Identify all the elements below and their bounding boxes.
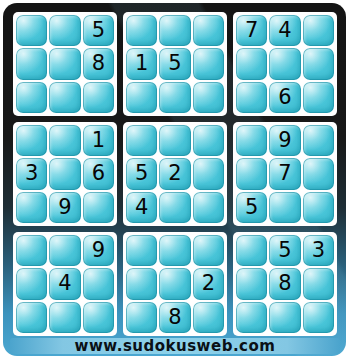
sudoku-box: 58 [13,12,117,116]
site-url[interactable]: www.sudokusweb.com [10,338,340,354]
sudoku-cell[interactable] [193,302,224,333]
sudoku-cell[interactable] [193,125,224,156]
sudoku-cell: 4 [49,268,80,299]
sudoku-cell[interactable] [236,235,267,266]
sudoku-cell[interactable] [16,235,47,266]
sudoku-cell[interactable] [16,125,47,156]
sudoku-cell[interactable] [16,268,47,299]
sudoku-cell: 6 [83,158,114,189]
sudoku-cell: 1 [126,48,157,79]
sudoku-cell[interactable] [83,192,114,223]
sudoku-cell: 5 [269,235,300,266]
sudoku-cell[interactable] [303,192,334,223]
sudoku-cell[interactable] [236,158,267,189]
sudoku-cell[interactable] [83,82,114,113]
sudoku-cell[interactable] [303,82,334,113]
sudoku-cell[interactable] [49,48,80,79]
sudoku-cell: 5 [83,15,114,46]
sudoku-box: 746 [233,12,337,116]
sudoku-box: 28 [123,232,227,336]
sudoku-cell[interactable] [49,82,80,113]
sudoku-cell[interactable] [303,125,334,156]
sudoku-cell[interactable] [126,235,157,266]
sudoku-cell: 7 [236,15,267,46]
sudoku-cell[interactable] [126,302,157,333]
sudoku-cell[interactable] [193,15,224,46]
sudoku-box: 524 [123,122,227,226]
sudoku-cell[interactable] [49,302,80,333]
sudoku-cell: 8 [83,48,114,79]
sudoku-cell[interactable] [193,48,224,79]
sudoku-cell[interactable] [269,48,300,79]
sudoku-cell[interactable] [16,82,47,113]
sudoku-cell[interactable] [159,125,190,156]
sudoku-cell[interactable] [16,48,47,79]
sudoku-box: 1369 [13,122,117,226]
sudoku-cell: 9 [49,192,80,223]
sudoku-cell[interactable] [269,192,300,223]
sudoku-cell[interactable] [303,158,334,189]
sudoku-cell[interactable] [193,235,224,266]
sudoku-cell[interactable] [303,15,334,46]
sudoku-cell[interactable] [49,15,80,46]
sudoku-cell[interactable] [269,302,300,333]
sudoku-cell[interactable] [303,302,334,333]
sudoku-cell[interactable] [236,125,267,156]
sudoku-cell: 4 [269,15,300,46]
sudoku-cell[interactable] [126,268,157,299]
sudoku-cell: 2 [159,158,190,189]
sudoku-cell[interactable] [236,82,267,113]
sudoku-cell: 6 [269,82,300,113]
sudoku-cell[interactable] [16,302,47,333]
sudoku-cell[interactable] [236,268,267,299]
sudoku-cell: 5 [236,192,267,223]
sudoku-box: 538 [233,232,337,336]
sudoku-cell[interactable] [16,15,47,46]
sudoku-cell[interactable] [126,82,157,113]
sudoku-cell: 9 [269,125,300,156]
sudoku-cell[interactable] [303,268,334,299]
sudoku-cell[interactable] [159,15,190,46]
sudoku-box: 15 [123,12,227,116]
sudoku-cell: 2 [193,268,224,299]
sudoku-cell[interactable] [193,158,224,189]
sudoku-cell[interactable] [49,125,80,156]
sudoku-cell: 5 [126,158,157,189]
sudoku-cell[interactable] [83,268,114,299]
sudoku-cell[interactable] [49,158,80,189]
sudoku-cell[interactable] [126,125,157,156]
sudoku-cell: 9 [83,235,114,266]
sudoku-cell[interactable] [49,235,80,266]
sudoku-cell[interactable] [193,192,224,223]
sudoku-cell[interactable] [159,268,190,299]
sudoku-cell: 5 [159,48,190,79]
sudoku-cell[interactable] [159,82,190,113]
sudoku-cell: 7 [269,158,300,189]
sudoku-cell: 3 [16,158,47,189]
sudoku-cell: 8 [269,268,300,299]
sudoku-cell[interactable] [159,192,190,223]
sudoku-cell[interactable] [193,82,224,113]
sudoku-cell: 4 [126,192,157,223]
sudoku-board: 581574613695249759428538 [13,12,337,336]
sudoku-cell: 3 [303,235,334,266]
sudoku-cell[interactable] [16,192,47,223]
sudoku-cell[interactable] [236,48,267,79]
sudoku-box: 975 [233,122,337,226]
sudoku-cell[interactable] [303,48,334,79]
sudoku-box: 94 [13,232,117,336]
sudoku-cell[interactable] [126,15,157,46]
sudoku-cell: 8 [159,302,190,333]
sudoku-cell[interactable] [83,302,114,333]
sudoku-cell: 1 [83,125,114,156]
sudoku-cell[interactable] [159,235,190,266]
sudoku-cell[interactable] [236,302,267,333]
